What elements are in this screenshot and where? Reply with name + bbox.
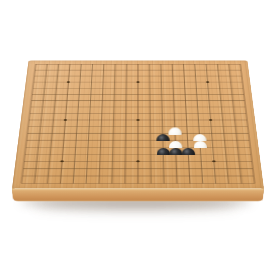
scene bbox=[21, 3, 255, 237]
stone-black-O5[interactable] bbox=[181, 148, 195, 161]
stone-black-M7[interactable] bbox=[156, 134, 170, 147]
stones-layer bbox=[12, 60, 264, 188]
board-front-edge bbox=[12, 189, 264, 202]
stone-white-N8[interactable] bbox=[168, 127, 182, 139]
stone-white-P6[interactable] bbox=[193, 141, 207, 154]
stone-black-N5[interactable] bbox=[169, 148, 183, 161]
stone-black-M5[interactable] bbox=[156, 148, 170, 161]
go-board[interactable] bbox=[12, 60, 264, 188]
photo-stage bbox=[0, 0, 270, 270]
board-surface[interactable] bbox=[12, 60, 264, 188]
